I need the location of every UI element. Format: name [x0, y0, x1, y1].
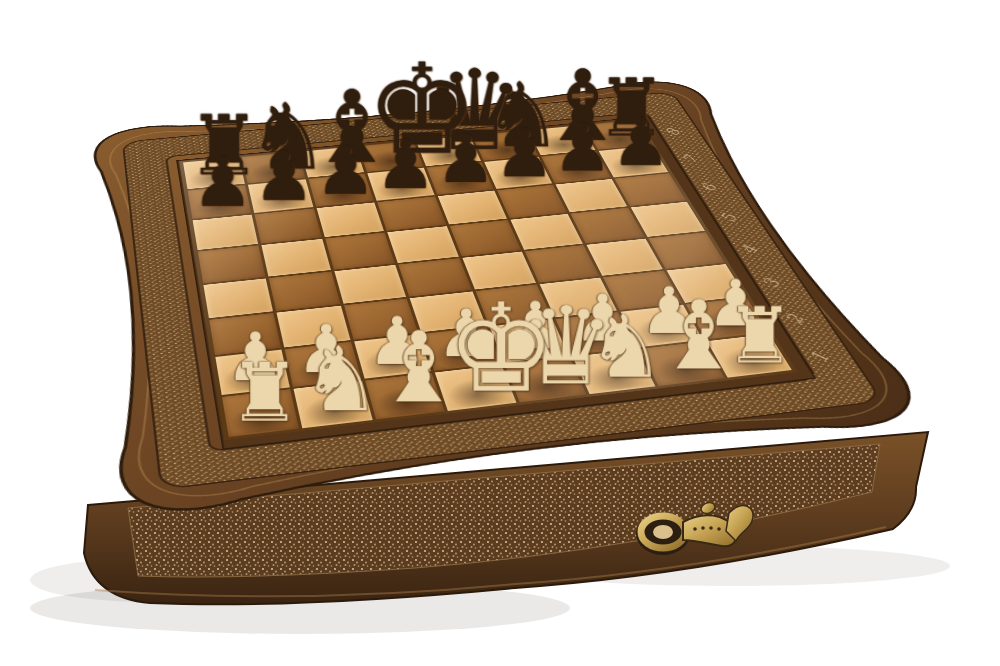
- square-g7: ♟: [542, 151, 611, 183]
- piece-shadow: [363, 148, 421, 171]
- piece-shadow: [489, 164, 549, 188]
- square-b8: ♞: [242, 152, 305, 184]
- piece-shadow: [534, 132, 593, 154]
- piece-shadow: [547, 158, 608, 181]
- piece-shadow: [589, 127, 648, 149]
- square-h8: ♜: [584, 120, 652, 150]
- square-c4: [334, 265, 406, 304]
- chess-box-product-photo: 87654321 ♜♞♝♚♛♞♝♜♟♟♟♟♟♟♟♟♟♟♟♟♟♟♟♟♜♞♝♚♛♞♝…: [0, 0, 1000, 666]
- board-perspective-wrap: 87654321 ♜♞♝♚♛♞♝♜♟♟♟♟♟♟♟♟♟♟♟♟♟♟♟♟♜♞♝♚♛♞♝…: [55, 0, 865, 662]
- square-b1: ♞: [294, 381, 373, 429]
- piece-shadow: [186, 164, 242, 188]
- square-e3: [475, 284, 552, 324]
- piece-shadow: [511, 367, 583, 401]
- chess-board: 87654321 ♜♞♝♚♛♞♝♜♟♟♟♟♟♟♟♟♟♟♟♟♟♟♟♟♜♞♝♚♛♞♝…: [42, 55, 1000, 571]
- square-f8: ♞: [472, 130, 538, 160]
- piece-shadow: [420, 142, 478, 165]
- square-e4: [462, 251, 536, 289]
- square-a1: ♜: [222, 389, 299, 437]
- square-e8: ♛: [415, 136, 480, 167]
- square-c2: ♟: [354, 334, 431, 378]
- square-d2: ♟: [422, 327, 500, 370]
- square-b4: [269, 271, 340, 311]
- piece-shadow: [579, 359, 652, 392]
